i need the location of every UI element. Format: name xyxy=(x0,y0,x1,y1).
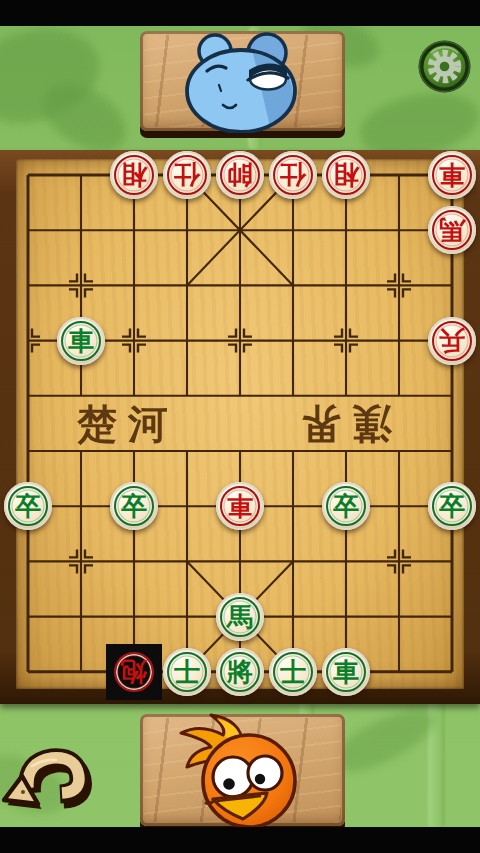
piece-green-horse[interactable]: 馬 xyxy=(216,593,264,641)
opponent-avatar-blue-bird xyxy=(145,29,341,133)
piece-glyph: 士 xyxy=(280,659,306,685)
piece-glyph: 帥 xyxy=(227,162,253,188)
piece-green-advisor[interactable]: 士 xyxy=(269,648,317,696)
piece-red-general[interactable]: 帥 xyxy=(216,151,264,199)
piece-glyph: 車 xyxy=(68,328,94,354)
piece-red-horse[interactable]: 馬 xyxy=(428,206,476,254)
piece-glyph: 炮 xyxy=(121,659,147,685)
player-plank xyxy=(140,714,345,826)
piece-green-soldier[interactable]: 卒 xyxy=(428,482,476,530)
pieces-layer: 相仕帥仕相車馬車兵卒卒車卒卒馬炮士將士車 xyxy=(2,147,479,699)
piece-glyph: 卒 xyxy=(439,493,465,519)
settings-button[interactable] xyxy=(417,39,472,94)
xiangqi-board[interactable]: 楚河 漢界 相仕帥仕相車馬車兵卒卒車卒卒馬炮士將士車 xyxy=(0,150,480,704)
piece-red-chariot[interactable]: 車 xyxy=(216,482,264,530)
piece-glyph: 相 xyxy=(333,162,359,188)
piece-green-general[interactable]: 將 xyxy=(216,648,264,696)
piece-red-chariot[interactable]: 車 xyxy=(428,151,476,199)
piece-glyph: 卒 xyxy=(121,493,147,519)
opponent-plank xyxy=(140,31,345,131)
piece-red-advisor[interactable]: 仕 xyxy=(269,151,317,199)
bottom-black-bar xyxy=(0,827,480,853)
piece-red-soldier[interactable]: 兵 xyxy=(428,317,476,365)
piece-green-soldier[interactable]: 卒 xyxy=(322,482,370,530)
piece-green-chariot[interactable]: 車 xyxy=(322,648,370,696)
piece-glyph: 士 xyxy=(174,659,200,685)
piece-red-advisor[interactable]: 仕 xyxy=(163,151,211,199)
piece-red-elephant[interactable]: 相 xyxy=(322,151,370,199)
piece-glyph: 車 xyxy=(333,659,359,685)
piece-red-elephant[interactable]: 相 xyxy=(110,151,158,199)
piece-glyph: 兵 xyxy=(439,328,465,354)
piece-glyph: 仕 xyxy=(280,162,306,188)
xiangqi-app-screen: 楚河 漢界 相仕帥仕相車馬車兵卒卒車卒卒馬炮士將士車 xyxy=(0,0,480,853)
player-avatar-orange-bird xyxy=(143,709,343,831)
undo-arrow-icon xyxy=(2,744,94,820)
piece-green-advisor[interactable]: 士 xyxy=(163,648,211,696)
gear-icon xyxy=(417,39,472,94)
piece-glyph: 卒 xyxy=(333,493,359,519)
piece-red-cannon[interactable]: 炮 xyxy=(110,648,158,696)
piece-green-soldier[interactable]: 卒 xyxy=(110,482,158,530)
undo-button[interactable] xyxy=(2,744,94,820)
top-black-bar xyxy=(0,0,480,26)
piece-green-soldier[interactable]: 卒 xyxy=(4,482,52,530)
piece-green-chariot[interactable]: 車 xyxy=(57,317,105,365)
piece-glyph: 仕 xyxy=(174,162,200,188)
piece-glyph: 相 xyxy=(121,162,147,188)
piece-glyph: 卒 xyxy=(15,493,41,519)
piece-glyph: 馬 xyxy=(227,604,253,630)
piece-glyph: 車 xyxy=(439,162,465,188)
piece-glyph: 馬 xyxy=(439,217,465,243)
piece-glyph: 車 xyxy=(227,493,253,519)
piece-glyph: 將 xyxy=(227,659,253,685)
